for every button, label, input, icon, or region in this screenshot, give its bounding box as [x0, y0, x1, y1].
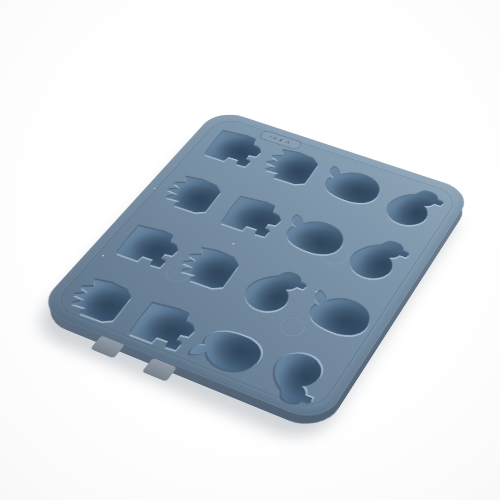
cavity-seahorse-r4c4: [250, 342, 338, 412]
cavity-whale-r3c4: [291, 285, 382, 346]
photo-stage: IKEA: [0, 0, 500, 500]
cavity-seahorse-r3c3: [230, 261, 313, 323]
cavity-whale-r4c3: [180, 318, 274, 382]
surface-speck: [315, 291, 318, 293]
mold-mark-ring: [161, 262, 195, 285]
tray-top-surface: IKEA: [35, 109, 473, 426]
elephant-mold-shape: [117, 294, 208, 355]
seahorse-mold-shape: [250, 342, 338, 412]
whale-mold-shape: [180, 318, 274, 382]
hedgehog-mold-shape: [167, 240, 250, 295]
cavity-hedgehog-r3c2: [167, 240, 250, 295]
seahorse-mold-shape: [230, 261, 313, 323]
hedgehog-mold-shape: [57, 271, 143, 329]
cavity-hedgehog-r4c1: [57, 271, 143, 329]
surface-speck: [102, 255, 105, 257]
tray-scene: IKEA: [35, 109, 473, 426]
whale-mold-shape: [291, 285, 382, 346]
mold-mark-ring: [275, 315, 309, 340]
cavity-elephant-r4c2: [117, 294, 208, 355]
